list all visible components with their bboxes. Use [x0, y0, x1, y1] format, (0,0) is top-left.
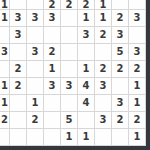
- grid-cell[interactable]: 3: [27, 10, 44, 27]
- grid-cell[interactable]: [44, 27, 61, 44]
- board-shadow-bottom: [0, 146, 150, 150]
- grid-cell[interactable]: 2: [129, 61, 146, 78]
- grid-cell[interactable]: 1: [61, 129, 78, 146]
- grid-cell[interactable]: 4: [78, 78, 95, 95]
- grid-cell[interactable]: [95, 95, 112, 112]
- grid-cell[interactable]: [44, 129, 61, 146]
- grid-cell[interactable]: 1: [129, 129, 146, 146]
- grid-cell[interactable]: [61, 10, 78, 27]
- grid-cell[interactable]: 1: [78, 61, 95, 78]
- grid-cell[interactable]: 3: [112, 27, 129, 44]
- grid-cell[interactable]: [44, 112, 61, 129]
- grid-cell[interactable]: 2: [44, 44, 61, 61]
- puzzle-grid: 1222113331123332333253211222123343111431…: [0, 0, 146, 146]
- grid-cell[interactable]: [0, 129, 10, 146]
- grid-cell[interactable]: 5: [61, 112, 78, 129]
- grid-cell[interactable]: 1: [129, 95, 146, 112]
- grid-cell[interactable]: [61, 95, 78, 112]
- grid-cell[interactable]: [27, 27, 44, 44]
- grid-cell[interactable]: 2: [112, 112, 129, 129]
- grid-cell[interactable]: [61, 61, 78, 78]
- grid-cell[interactable]: 1: [0, 78, 10, 95]
- grid-cell[interactable]: [61, 27, 78, 44]
- grid-cell[interactable]: [10, 112, 27, 129]
- grid-cell[interactable]: 3: [129, 10, 146, 27]
- grid-cell[interactable]: 2: [129, 112, 146, 129]
- grid-cell[interactable]: [95, 44, 112, 61]
- grid-cell[interactable]: 2: [78, 0, 95, 10]
- grid-cell[interactable]: 1: [129, 78, 146, 95]
- grid-cell[interactable]: 2: [95, 61, 112, 78]
- grid-cell[interactable]: [0, 27, 10, 44]
- grid-cell[interactable]: [27, 78, 44, 95]
- grid-cell[interactable]: 3: [0, 44, 10, 61]
- grid-cell[interactable]: 3: [10, 27, 27, 44]
- grid-cell[interactable]: 1: [44, 61, 61, 78]
- grid-cell[interactable]: 2: [95, 27, 112, 44]
- grid-cell[interactable]: 3: [129, 44, 146, 61]
- grid-cell[interactable]: 3: [27, 44, 44, 61]
- grid-cell[interactable]: [112, 78, 129, 95]
- grid-cell[interactable]: 3: [112, 95, 129, 112]
- grid-cell[interactable]: 2: [10, 78, 27, 95]
- grid-cell[interactable]: 2: [112, 10, 129, 27]
- grid-cell[interactable]: 2: [0, 112, 10, 129]
- grid-cell[interactable]: [44, 95, 61, 112]
- grid-cell[interactable]: [129, 27, 146, 44]
- grid-cell[interactable]: [10, 0, 27, 10]
- grid-cell[interactable]: 1: [78, 10, 95, 27]
- grid-cell[interactable]: [78, 112, 95, 129]
- grid-cell[interactable]: 1: [0, 0, 10, 10]
- grid-cell[interactable]: 3: [10, 10, 27, 27]
- board-shadow-right: [146, 0, 150, 150]
- grid-cell[interactable]: 2: [44, 0, 61, 10]
- grid-cell[interactable]: [10, 129, 27, 146]
- grid-cell[interactable]: [27, 0, 44, 10]
- grid-cell[interactable]: [10, 95, 27, 112]
- grid-cell[interactable]: 2: [112, 61, 129, 78]
- grid-cell[interactable]: [10, 44, 27, 61]
- grid-cell[interactable]: [61, 44, 78, 61]
- grid-cell[interactable]: 1: [27, 95, 44, 112]
- grid-cell[interactable]: 3: [78, 27, 95, 44]
- grid-cell[interactable]: 4: [78, 95, 95, 112]
- grid-cell[interactable]: 1: [95, 10, 112, 27]
- grid-cell[interactable]: 3: [61, 78, 78, 95]
- grid-cell[interactable]: 2: [10, 61, 27, 78]
- grid-cell[interactable]: 1: [78, 129, 95, 146]
- grid-cell[interactable]: 3: [44, 78, 61, 95]
- grid-cell[interactable]: 2: [27, 112, 44, 129]
- grid-cell[interactable]: 3: [95, 78, 112, 95]
- grid-cell[interactable]: [27, 61, 44, 78]
- grid-cell[interactable]: 3: [44, 10, 61, 27]
- grid-cell[interactable]: [95, 129, 112, 146]
- grid-cell[interactable]: [78, 44, 95, 61]
- grid-cell[interactable]: 2: [61, 0, 78, 10]
- grid-cell[interactable]: [112, 129, 129, 146]
- grid-cell[interactable]: [129, 0, 146, 10]
- grid-cell[interactable]: 1: [95, 0, 112, 10]
- grid-cell[interactable]: [0, 61, 10, 78]
- grid-cell[interactable]: [112, 0, 129, 10]
- grid-cell[interactable]: 3: [95, 112, 112, 129]
- grid-cell[interactable]: [27, 129, 44, 146]
- grid-cell[interactable]: 5: [112, 44, 129, 61]
- grid-cell[interactable]: 1: [0, 10, 10, 27]
- grid-cell[interactable]: 1: [0, 95, 10, 112]
